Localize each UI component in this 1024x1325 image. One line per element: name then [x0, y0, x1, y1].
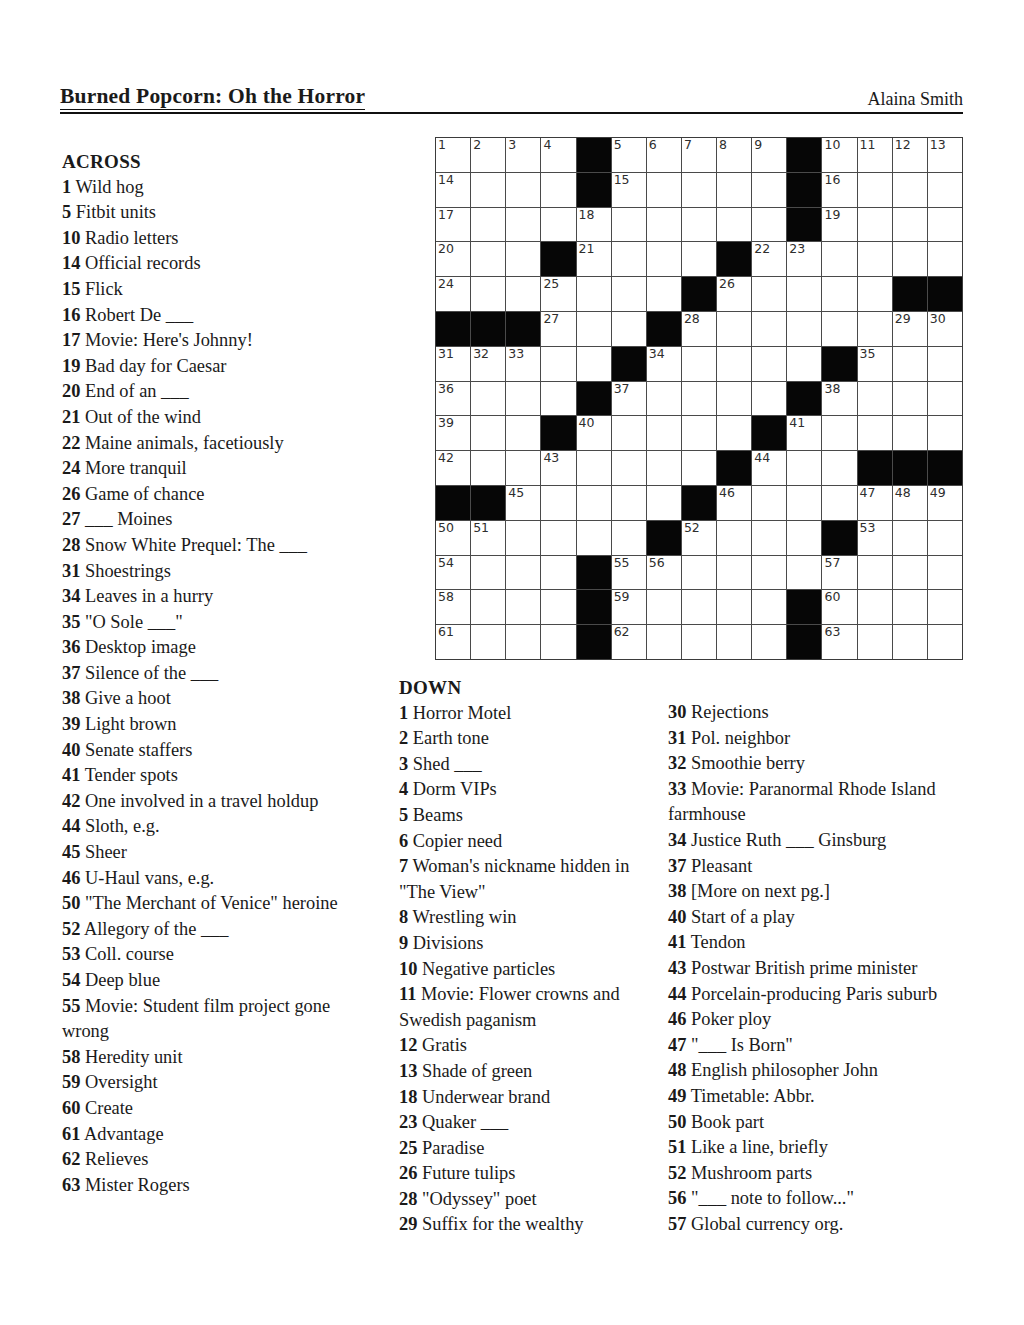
- clue-down-28: 28 "Odyssey" poet: [399, 1187, 661, 1213]
- cell-r12c8[interactable]: 52: [682, 521, 716, 555]
- cell-r2c13[interactable]: [858, 173, 892, 207]
- black-cell-r5c8: [682, 277, 716, 311]
- cell-r6c11[interactable]: [787, 312, 821, 346]
- clue-across-28: 28 Snow White Prequel: The ___: [62, 533, 374, 559]
- cell-r5c9[interactable]: 26: [717, 277, 751, 311]
- clue-down-43: 43 Postwar British prime minister: [668, 956, 980, 982]
- cell-r4c1[interactable]: 20: [436, 242, 470, 276]
- cell-r6c12[interactable]: [822, 312, 856, 346]
- clue-across-26: 26 Game of chance: [62, 482, 374, 508]
- clue-across-52: 52 Allegory of the ___: [62, 917, 374, 943]
- black-cell-r7c12: [822, 347, 856, 381]
- cell-r2c14[interactable]: [893, 173, 927, 207]
- cell-r9c13[interactable]: [858, 416, 892, 450]
- cell-r6c10[interactable]: [752, 312, 786, 346]
- cell-r12c9[interactable]: [717, 521, 751, 555]
- cell-r8c1[interactable]: 36: [436, 382, 470, 416]
- cell-r3c7[interactable]: [647, 208, 681, 242]
- cell-r2c12[interactable]: 16: [822, 173, 856, 207]
- cell-r3c5[interactable]: 18: [577, 208, 611, 242]
- cell-r7c4[interactable]: [541, 347, 575, 381]
- clue-across-22: 22 Maine animals, facetiously: [62, 431, 374, 457]
- cell-r12c14[interactable]: [893, 521, 927, 555]
- cell-r13c1[interactable]: 54: [436, 556, 470, 590]
- cell-r14c15[interactable]: [928, 590, 962, 624]
- cell-r1c15[interactable]: 13: [928, 138, 962, 172]
- cell-r4c10[interactable]: 22: [752, 242, 786, 276]
- clue-across-31: 31 Shoestrings: [62, 559, 374, 585]
- puzzle-author: Alaina Smith: [868, 89, 964, 110]
- clue-number: 40: [668, 907, 686, 927]
- cell-r7c2[interactable]: 32: [471, 347, 505, 381]
- cell-r11c15[interactable]: 49: [928, 486, 962, 520]
- cell-number-33: 33: [508, 347, 524, 361]
- cell-r10c4[interactable]: 43: [541, 451, 575, 485]
- cell-r8c3[interactable]: [506, 382, 540, 416]
- clue-down-4: 4 Dorm VIPs: [399, 777, 661, 803]
- cell-r5c4[interactable]: 25: [541, 277, 575, 311]
- cell-r14c9[interactable]: [717, 590, 751, 624]
- cell-r7c9[interactable]: [717, 347, 751, 381]
- cell-r10c7[interactable]: [647, 451, 681, 485]
- cell-r14c3[interactable]: [506, 590, 540, 624]
- clue-number: 39: [62, 714, 80, 734]
- cell-r3c6[interactable]: [612, 208, 646, 242]
- clue-number: 5: [62, 202, 71, 222]
- cell-r11c9[interactable]: 46: [717, 486, 751, 520]
- cell-r11c3[interactable]: 45: [506, 486, 540, 520]
- black-cell-r3c11: [787, 208, 821, 242]
- cell-r15c15[interactable]: [928, 625, 962, 659]
- cell-r11c10[interactable]: [752, 486, 786, 520]
- cell-r9c12[interactable]: [822, 416, 856, 450]
- cell-r14c2[interactable]: [471, 590, 505, 624]
- clue-down-26: 26 Future tulips: [399, 1161, 661, 1187]
- cell-r4c2[interactable]: [471, 242, 505, 276]
- cell-r8c8[interactable]: [682, 382, 716, 416]
- black-cell-r11c1: [436, 486, 470, 520]
- cell-number-20: 20: [438, 242, 454, 256]
- black-cell-r12c7: [647, 521, 681, 555]
- cell-r8c15[interactable]: [928, 382, 962, 416]
- clue-number: 34: [668, 830, 686, 850]
- cell-r1c9[interactable]: 8: [717, 138, 751, 172]
- cell-r3c15[interactable]: [928, 208, 962, 242]
- cell-r3c10[interactable]: [752, 208, 786, 242]
- cell-number-5: 5: [614, 138, 622, 152]
- cell-number-7: 7: [684, 138, 692, 152]
- cell-r5c12[interactable]: [822, 277, 856, 311]
- cell-r10c8[interactable]: [682, 451, 716, 485]
- cell-r9c1[interactable]: 39: [436, 416, 470, 450]
- cell-r10c12[interactable]: [822, 451, 856, 485]
- cell-r10c3[interactable]: [506, 451, 540, 485]
- down-header: DOWN: [399, 675, 661, 701]
- clue-across-35: 35 "O Sole ___": [62, 610, 374, 636]
- cell-r15c7[interactable]: [647, 625, 681, 659]
- clue-number: 3: [399, 754, 408, 774]
- cell-r6c13[interactable]: [858, 312, 892, 346]
- cell-number-13: 13: [930, 138, 946, 152]
- cell-r14c1[interactable]: 58: [436, 590, 470, 624]
- cell-r3c9[interactable]: [717, 208, 751, 242]
- clue-number: 49: [668, 1086, 686, 1106]
- cell-r5c3[interactable]: [506, 277, 540, 311]
- clue-number: 10: [62, 228, 80, 248]
- cell-number-55: 55: [614, 556, 630, 570]
- cell-number-54: 54: [438, 556, 454, 570]
- clue-number: 54: [62, 970, 80, 990]
- cell-r1c14[interactable]: 12: [893, 138, 927, 172]
- cell-r15c14[interactable]: [893, 625, 927, 659]
- cell-r13c4[interactable]: [541, 556, 575, 590]
- cell-r9c5[interactable]: 40: [577, 416, 611, 450]
- clue-number: 52: [668, 1163, 686, 1183]
- cell-r13c8[interactable]: [682, 556, 716, 590]
- cell-r11c11[interactable]: [787, 486, 821, 520]
- cell-number-30: 30: [930, 312, 946, 326]
- cell-r8c12[interactable]: 38: [822, 382, 856, 416]
- clue-across-24: 24 More tranquil: [62, 456, 374, 482]
- clue-number: 14: [62, 253, 80, 273]
- clue-number: 58: [62, 1047, 80, 1067]
- cell-number-22: 22: [754, 242, 770, 256]
- cell-r2c7[interactable]: [647, 173, 681, 207]
- cell-r15c13[interactable]: [858, 625, 892, 659]
- cell-r1c1[interactable]: 1: [436, 138, 470, 172]
- cell-number-18: 18: [579, 208, 595, 222]
- cell-r4c12[interactable]: [822, 242, 856, 276]
- cell-r2c9[interactable]: [717, 173, 751, 207]
- black-cell-r1c5: [577, 138, 611, 172]
- cell-r15c10[interactable]: [752, 625, 786, 659]
- cell-r2c15[interactable]: [928, 173, 962, 207]
- clue-down-40: 40 Start of a play: [668, 905, 980, 931]
- cell-r1c10[interactable]: 9: [752, 138, 786, 172]
- cell-r1c4[interactable]: 4: [541, 138, 575, 172]
- cell-r2c6[interactable]: 15: [612, 173, 646, 207]
- cell-number-29: 29: [895, 312, 911, 326]
- cell-r12c15[interactable]: [928, 521, 962, 555]
- cell-r11c14[interactable]: 48: [893, 486, 927, 520]
- cell-r6c14[interactable]: 29: [893, 312, 927, 346]
- cell-r15c2[interactable]: [471, 625, 505, 659]
- clue-number: 19: [62, 356, 80, 376]
- cell-r4c15[interactable]: [928, 242, 962, 276]
- cell-r7c14[interactable]: [893, 347, 927, 381]
- cell-r9c9[interactable]: [717, 416, 751, 450]
- clue-across-50: 50 "The Merchant of Venice" heroine: [62, 891, 374, 917]
- cell-r7c11[interactable]: [787, 347, 821, 381]
- cell-number-60: 60: [824, 590, 840, 604]
- cell-number-45: 45: [508, 486, 524, 500]
- cell-r15c9[interactable]: [717, 625, 751, 659]
- cell-r3c8[interactable]: [682, 208, 716, 242]
- cell-r9c8[interactable]: [682, 416, 716, 450]
- clue-across-36: 36 Desktop image: [62, 635, 374, 661]
- cell-number-53: 53: [860, 521, 876, 535]
- cell-r13c15[interactable]: [928, 556, 962, 590]
- cell-r3c1[interactable]: 17: [436, 208, 470, 242]
- cell-r15c8[interactable]: [682, 625, 716, 659]
- cell-r11c7[interactable]: [647, 486, 681, 520]
- cell-r8c10[interactable]: [752, 382, 786, 416]
- cell-r7c3[interactable]: 33: [506, 347, 540, 381]
- cell-number-57: 57: [824, 556, 840, 570]
- clue-across-40: 40 Senate staffers: [62, 738, 374, 764]
- clue-down-7: 7 Woman's nickname hidden in "The View": [399, 854, 661, 905]
- cell-number-36: 36: [438, 382, 454, 396]
- clue-down-1: 1 Horror Motel: [399, 701, 661, 727]
- cell-r11c6[interactable]: [612, 486, 646, 520]
- clue-down-9: 9 Divisions: [399, 931, 661, 957]
- cell-r4c13[interactable]: [858, 242, 892, 276]
- cell-r13c9[interactable]: [717, 556, 751, 590]
- cell-r4c5[interactable]: 21: [577, 242, 611, 276]
- cell-r6c6[interactable]: [612, 312, 646, 346]
- black-cell-r10c9: [717, 451, 751, 485]
- cell-r12c1[interactable]: 50: [436, 521, 470, 555]
- cell-r3c12[interactable]: 19: [822, 208, 856, 242]
- cell-number-31: 31: [438, 347, 454, 361]
- black-cell-r4c9: [717, 242, 751, 276]
- cell-r13c13[interactable]: [858, 556, 892, 590]
- cell-r5c2[interactable]: [471, 277, 505, 311]
- clue-number: 43: [668, 958, 686, 978]
- cell-r11c5[interactable]: [577, 486, 611, 520]
- cell-r2c3[interactable]: [506, 173, 540, 207]
- cell-r5c11[interactable]: [787, 277, 821, 311]
- black-cell-r9c4: [541, 416, 575, 450]
- cell-r1c13[interactable]: 11: [858, 138, 892, 172]
- clue-number: 44: [62, 816, 80, 836]
- cell-r13c14[interactable]: [893, 556, 927, 590]
- cell-r4c3[interactable]: [506, 242, 540, 276]
- cell-number-41: 41: [789, 416, 805, 430]
- cell-r2c10[interactable]: [752, 173, 786, 207]
- cell-r8c6[interactable]: 37: [612, 382, 646, 416]
- clue-down-56: 56 "___ note to follow...": [668, 1186, 980, 1212]
- clue-across-41: 41 Tender spots: [62, 763, 374, 789]
- cell-r1c6[interactable]: 5: [612, 138, 646, 172]
- cell-r15c4[interactable]: [541, 625, 575, 659]
- cell-r2c2[interactable]: [471, 173, 505, 207]
- cell-r8c14[interactable]: [893, 382, 927, 416]
- clue-down-18: 18 Underwear brand: [399, 1085, 661, 1111]
- cell-r5c10[interactable]: [752, 277, 786, 311]
- cell-r1c7[interactable]: 6: [647, 138, 681, 172]
- clue-number: 38: [62, 688, 80, 708]
- down-clue-list-2: 30 Rejections31 Pol. neighbor32 Smoothie…: [668, 700, 980, 1237]
- clue-down-2: 2 Earth tone: [399, 726, 661, 752]
- cell-number-37: 37: [614, 382, 630, 396]
- cell-r13c11[interactable]: [787, 556, 821, 590]
- cell-r12c3[interactable]: [506, 521, 540, 555]
- cell-r3c14[interactable]: [893, 208, 927, 242]
- cell-r13c12[interactable]: 57: [822, 556, 856, 590]
- cell-r7c1[interactable]: 31: [436, 347, 470, 381]
- cell-r5c7[interactable]: [647, 277, 681, 311]
- cell-r12c4[interactable]: [541, 521, 575, 555]
- clue-across-38: 38 Give a hoot: [62, 686, 374, 712]
- cell-r13c10[interactable]: [752, 556, 786, 590]
- cell-r12c11[interactable]: [787, 521, 821, 555]
- clue-number: 1: [399, 703, 408, 723]
- cell-r13c6[interactable]: 55: [612, 556, 646, 590]
- cell-r4c6[interactable]: [612, 242, 646, 276]
- cell-r13c2[interactable]: [471, 556, 505, 590]
- cell-r2c4[interactable]: [541, 173, 575, 207]
- black-cell-r7c6: [612, 347, 646, 381]
- cell-r3c3[interactable]: [506, 208, 540, 242]
- clue-number: 45: [62, 842, 80, 862]
- cell-r10c10[interactable]: 44: [752, 451, 786, 485]
- cell-r14c4[interactable]: [541, 590, 575, 624]
- title-bar: Burned Popcorn: Oh the Horror Alaina Smi…: [60, 84, 963, 114]
- cell-number-58: 58: [438, 590, 454, 604]
- cell-r3c13[interactable]: [858, 208, 892, 242]
- cell-r8c7[interactable]: [647, 382, 681, 416]
- clue-across-46: 46 U-Haul vans, e.g.: [62, 866, 374, 892]
- cell-r8c9[interactable]: [717, 382, 751, 416]
- cell-r12c5[interactable]: [577, 521, 611, 555]
- cell-r6c4[interactable]: 27: [541, 312, 575, 346]
- cell-r12c13[interactable]: 53: [858, 521, 892, 555]
- cell-r2c1[interactable]: 14: [436, 173, 470, 207]
- clue-number: 50: [668, 1112, 686, 1132]
- clue-down-10: 10 Negative particles: [399, 957, 661, 983]
- clue-down-46: 46 Poker ploy: [668, 1007, 980, 1033]
- clue-number: 15: [62, 279, 80, 299]
- cell-r14c8[interactable]: [682, 590, 716, 624]
- cell-r7c7[interactable]: 34: [647, 347, 681, 381]
- clue-across-54: 54 Deep blue: [62, 968, 374, 994]
- cell-r7c10[interactable]: [752, 347, 786, 381]
- cell-r14c13[interactable]: [858, 590, 892, 624]
- cell-r9c11[interactable]: 41: [787, 416, 821, 450]
- cell-number-59: 59: [614, 590, 630, 604]
- cell-r10c5[interactable]: [577, 451, 611, 485]
- cell-r2c8[interactable]: [682, 173, 716, 207]
- cell-r14c7[interactable]: [647, 590, 681, 624]
- clue-down-30: 30 Rejections: [668, 700, 980, 726]
- cell-r12c2[interactable]: 51: [471, 521, 505, 555]
- cell-r11c12[interactable]: [822, 486, 856, 520]
- cell-r14c10[interactable]: [752, 590, 786, 624]
- cell-r15c12[interactable]: 63: [822, 625, 856, 659]
- clue-number: 7: [399, 856, 408, 876]
- cell-r4c8[interactable]: [682, 242, 716, 276]
- black-cell-r6c1: [436, 312, 470, 346]
- clue-number: 24: [62, 458, 80, 478]
- cell-r4c14[interactable]: [893, 242, 927, 276]
- cell-number-42: 42: [438, 451, 454, 465]
- cell-number-12: 12: [895, 138, 911, 152]
- cell-r1c8[interactable]: 7: [682, 138, 716, 172]
- clue-number: 28: [62, 535, 80, 555]
- cell-r3c4[interactable]: [541, 208, 575, 242]
- cell-r9c6[interactable]: [612, 416, 646, 450]
- clue-across-1: 1 Wild hog: [62, 175, 374, 201]
- cell-r6c9[interactable]: [717, 312, 751, 346]
- cell-number-17: 17: [438, 208, 454, 222]
- clue-across-14: 14 Official records: [62, 251, 374, 277]
- cell-r9c15[interactable]: [928, 416, 962, 450]
- clue-number: 52: [62, 919, 80, 939]
- cell-r9c7[interactable]: [647, 416, 681, 450]
- cell-r9c3[interactable]: [506, 416, 540, 450]
- cell-r15c6[interactable]: 62: [612, 625, 646, 659]
- cell-r14c14[interactable]: [893, 590, 927, 624]
- cell-r5c13[interactable]: [858, 277, 892, 311]
- cell-number-61: 61: [438, 625, 454, 639]
- cell-r5c5[interactable]: [577, 277, 611, 311]
- cell-r7c5[interactable]: [577, 347, 611, 381]
- clue-number: 62: [62, 1149, 80, 1169]
- cell-number-2: 2: [473, 138, 481, 152]
- cell-r1c12[interactable]: 10: [822, 138, 856, 172]
- cell-r11c4[interactable]: [541, 486, 575, 520]
- cell-r7c8[interactable]: [682, 347, 716, 381]
- clue-number: 63: [62, 1175, 80, 1195]
- cell-r3c2[interactable]: [471, 208, 505, 242]
- cell-r13c7[interactable]: 56: [647, 556, 681, 590]
- black-cell-r8c11: [787, 382, 821, 416]
- clue-across-55: 55 Movie: Student film project gone wron…: [62, 994, 374, 1045]
- cell-r8c4[interactable]: [541, 382, 575, 416]
- cell-number-11: 11: [860, 138, 876, 152]
- cell-r1c2[interactable]: 2: [471, 138, 505, 172]
- cell-number-4: 4: [543, 138, 551, 152]
- cell-r12c10[interactable]: [752, 521, 786, 555]
- cell-r9c2[interactable]: [471, 416, 505, 450]
- cell-r7c15[interactable]: [928, 347, 962, 381]
- cell-r15c1[interactable]: 61: [436, 625, 470, 659]
- cell-r10c6[interactable]: [612, 451, 646, 485]
- cell-r9c14[interactable]: [893, 416, 927, 450]
- clue-number: 11: [399, 984, 416, 1004]
- cell-r5c6[interactable]: [612, 277, 646, 311]
- cell-r11c13[interactable]: 47: [858, 486, 892, 520]
- cell-r6c15[interactable]: 30: [928, 312, 962, 346]
- cell-r1c3[interactable]: 3: [506, 138, 540, 172]
- cell-r10c11[interactable]: [787, 451, 821, 485]
- cell-r14c12[interactable]: 60: [822, 590, 856, 624]
- clue-number: 18: [399, 1087, 417, 1107]
- cell-r6c8[interactable]: 28: [682, 312, 716, 346]
- cell-r8c13[interactable]: [858, 382, 892, 416]
- black-cell-r15c5: [577, 625, 611, 659]
- cell-r6c5[interactable]: [577, 312, 611, 346]
- cell-number-9: 9: [754, 138, 762, 152]
- cell-r10c1[interactable]: 42: [436, 451, 470, 485]
- cell-number-52: 52: [684, 521, 700, 535]
- cell-r7c13[interactable]: 35: [858, 347, 892, 381]
- cell-r8c2[interactable]: [471, 382, 505, 416]
- cell-r15c3[interactable]: [506, 625, 540, 659]
- cell-r10c2[interactable]: [471, 451, 505, 485]
- cell-r14c6[interactable]: 59: [612, 590, 646, 624]
- cell-number-34: 34: [649, 347, 665, 361]
- cell-r13c3[interactable]: [506, 556, 540, 590]
- clue-number: 9: [399, 933, 408, 953]
- across-header: ACROSS: [62, 149, 374, 175]
- cell-r4c7[interactable]: [647, 242, 681, 276]
- black-cell-r11c2: [471, 486, 505, 520]
- cell-r5c1[interactable]: 24: [436, 277, 470, 311]
- cell-r12c6[interactable]: [612, 521, 646, 555]
- cell-r4c11[interactable]: 23: [787, 242, 821, 276]
